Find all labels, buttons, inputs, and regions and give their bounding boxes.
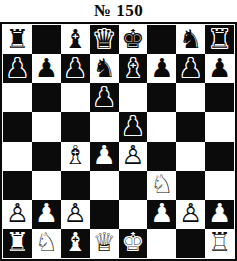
- square-g2: ♙: [176, 200, 205, 229]
- piece-black-pawn: ♟: [179, 55, 202, 81]
- square-g8: ♞: [176, 25, 205, 54]
- square-a4: [3, 142, 32, 171]
- piece-black-pawn: ♟: [121, 113, 144, 139]
- piece-white-knight: ♘: [35, 229, 58, 255]
- square-b5: [32, 112, 61, 141]
- chess-board: ♜♝♛♚♞♜♟♟♟♞♝♟♟♟♟♟♗♟♙♘♙♟♙♟♙♟♜♘♝♕♚♖: [0, 22, 237, 261]
- square-a5: [3, 112, 32, 141]
- square-g3: [176, 171, 205, 200]
- piece-black-king: ♚: [121, 26, 144, 52]
- diagram-page: № 150 ♜♝♛♚♞♜♟♟♟♞♝♟♟♟♟♟♗♟♙♘♙♟♙♟♙♟♜♘♝♕♚♖: [0, 0, 237, 261]
- square-e3: [119, 171, 148, 200]
- square-h4: [205, 142, 234, 171]
- square-e7: ♝: [119, 54, 148, 83]
- square-f7: ♟: [147, 54, 176, 83]
- square-f1: [147, 229, 176, 258]
- square-c7: ♟: [61, 54, 90, 83]
- square-e5: ♟: [119, 112, 148, 141]
- piece-white-pawn: ♟: [35, 200, 58, 226]
- square-g6: [176, 83, 205, 112]
- piece-white-pawn: ♙: [6, 200, 29, 226]
- piece-black-rook: ♜: [208, 26, 231, 52]
- square-f8: [147, 25, 176, 54]
- square-h6: [205, 83, 234, 112]
- piece-black-knight: ♞: [92, 55, 115, 81]
- square-e2: [119, 200, 148, 229]
- square-f4: [147, 142, 176, 171]
- square-c8: ♝: [61, 25, 90, 54]
- square-h5: [205, 112, 234, 141]
- square-a7: ♟: [3, 54, 32, 83]
- square-f5: [147, 112, 176, 141]
- piece-white-pawn: ♙: [64, 200, 87, 226]
- square-d3: [90, 171, 119, 200]
- square-c1: ♝: [61, 229, 90, 258]
- piece-black-pawn: ♟: [6, 55, 29, 81]
- square-c4: ♗: [61, 142, 90, 171]
- square-h8: ♜: [205, 25, 234, 54]
- square-g4: [176, 142, 205, 171]
- square-e4: ♙: [119, 142, 148, 171]
- square-c5: [61, 112, 90, 141]
- square-b8: [32, 25, 61, 54]
- piece-black-pawn: ♟: [64, 55, 87, 81]
- square-c2: ♙: [61, 200, 90, 229]
- square-c3: [61, 171, 90, 200]
- square-d7: ♞: [90, 54, 119, 83]
- piece-white-queen: ♕: [92, 229, 115, 255]
- diagram-number-title: № 150: [0, 0, 237, 22]
- piece-white-pawn: ♟: [92, 142, 115, 168]
- square-f3: ♘: [147, 171, 176, 200]
- square-a8: ♜: [3, 25, 32, 54]
- square-e1: ♚: [119, 229, 148, 258]
- piece-white-knight: ♘: [150, 171, 173, 197]
- square-b2: ♟: [32, 200, 61, 229]
- piece-white-pawn: ♟: [150, 200, 173, 226]
- square-e6: [119, 83, 148, 112]
- square-b1: ♘: [32, 229, 61, 258]
- square-g1: [176, 229, 205, 258]
- piece-black-rook: ♜: [6, 26, 29, 52]
- square-d1: ♕: [90, 229, 119, 258]
- square-d6: ♟: [90, 83, 119, 112]
- piece-black-queen: ♛: [92, 26, 115, 52]
- square-h7: ♟: [205, 54, 234, 83]
- square-d2: [90, 200, 119, 229]
- piece-white-bishop: ♗: [64, 142, 87, 168]
- square-d4: ♟: [90, 142, 119, 171]
- square-d5: [90, 112, 119, 141]
- piece-white-pawn: ♟: [208, 200, 231, 226]
- square-h2: ♟: [205, 200, 234, 229]
- square-b7: ♟: [32, 54, 61, 83]
- square-d8: ♛: [90, 25, 119, 54]
- square-b6: [32, 83, 61, 112]
- square-f6: [147, 83, 176, 112]
- piece-black-pawn: ♟: [35, 55, 58, 81]
- square-a2: ♙: [3, 200, 32, 229]
- piece-white-rook: ♜: [6, 229, 29, 255]
- piece-white-pawn: ♙: [121, 142, 144, 168]
- square-g5: [176, 112, 205, 141]
- square-e8: ♚: [119, 25, 148, 54]
- piece-black-bishop: ♝: [64, 26, 87, 52]
- piece-white-pawn: ♙: [179, 200, 202, 226]
- square-a6: [3, 83, 32, 112]
- square-f2: ♟: [147, 200, 176, 229]
- piece-white-king: ♚: [121, 229, 144, 255]
- square-c6: [61, 83, 90, 112]
- piece-black-pawn: ♟: [150, 55, 173, 81]
- piece-black-pawn: ♟: [92, 84, 115, 110]
- square-h3: [205, 171, 234, 200]
- piece-white-bishop: ♝: [64, 229, 87, 255]
- piece-black-bishop: ♝: [121, 55, 144, 81]
- piece-black-pawn: ♟: [208, 55, 231, 81]
- square-b3: [32, 171, 61, 200]
- piece-white-rook: ♖: [208, 229, 231, 255]
- square-a1: ♜: [3, 229, 32, 258]
- square-h1: ♖: [205, 229, 234, 258]
- square-g7: ♟: [176, 54, 205, 83]
- piece-black-knight: ♞: [179, 26, 202, 52]
- square-a3: [3, 171, 32, 200]
- square-b4: [32, 142, 61, 171]
